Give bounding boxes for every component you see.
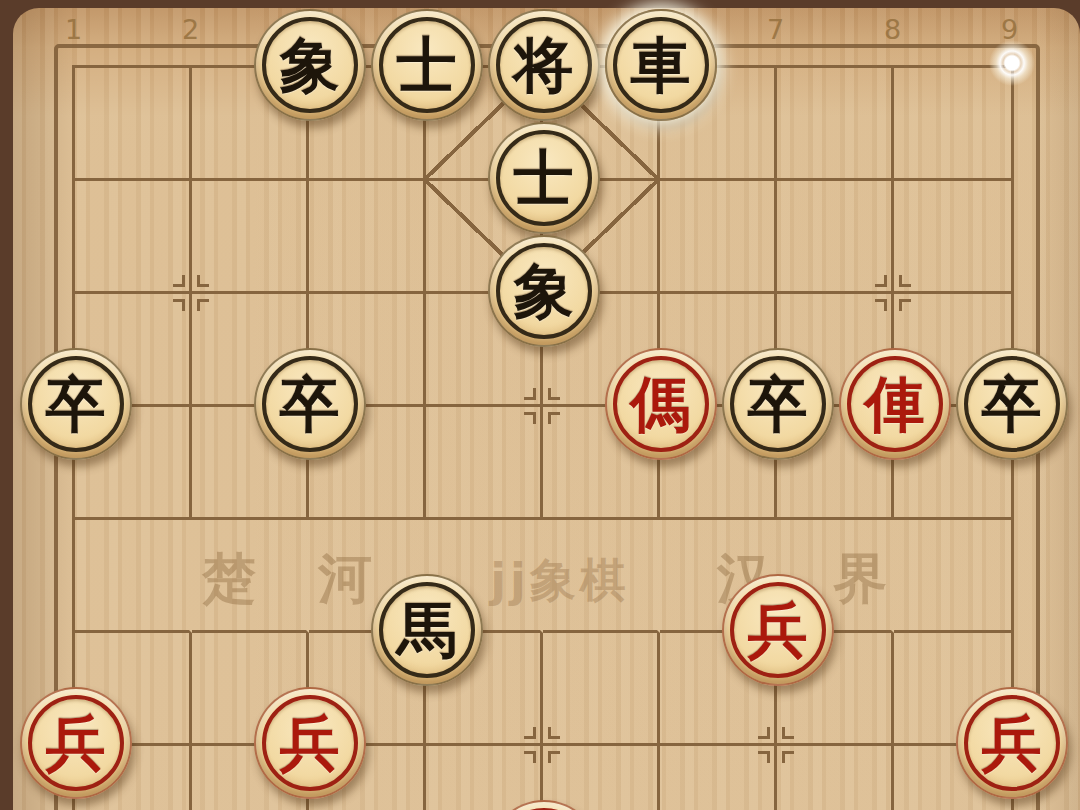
board-cell (426, 407, 543, 520)
piece-ring: 卒 (28, 356, 124, 452)
piece-char: 象 (280, 35, 340, 95)
piece-char: 士 (514, 148, 574, 208)
piece-ring: 兵 (730, 582, 826, 678)
piece-ring: 士 (496, 130, 592, 226)
board-cell (543, 746, 660, 810)
piece-ring: 士 (379, 17, 475, 113)
board-cell (777, 68, 894, 181)
piece-ring: 馬 (379, 582, 475, 678)
piece-ring: 象 (496, 243, 592, 339)
piece-black-車-c6r1[interactable]: 車 (605, 9, 717, 121)
piece-red-俥-c8r4[interactable]: 俥 (839, 348, 951, 460)
column-label-7: 7 (754, 14, 798, 45)
piece-ring: 将 (496, 17, 592, 113)
board-cell (543, 633, 660, 746)
last-move-origin-marker (988, 39, 1036, 87)
piece-black-将-c5r1[interactable]: 将 (488, 9, 600, 121)
board-cell (894, 181, 1011, 294)
board-cell (777, 746, 894, 810)
column-label-1: 1 (52, 14, 96, 45)
piece-ring: 兵 (262, 695, 358, 791)
piece-char: 兵 (748, 600, 808, 660)
piece-char: 兵 (982, 713, 1042, 773)
piece-char: 傌 (631, 374, 691, 434)
board-cell (192, 181, 309, 294)
board-cell (309, 181, 426, 294)
piece-ring: 車 (613, 17, 709, 113)
piece-red-兵-c1r7[interactable]: 兵 (20, 687, 132, 799)
piece-black-馬-c4r6[interactable]: 馬 (371, 574, 483, 686)
piece-black-士-c5r2[interactable]: 士 (488, 122, 600, 234)
board-cell (894, 68, 1011, 181)
piece-ring: 兵 (964, 695, 1060, 791)
piece-char: 卒 (46, 374, 106, 434)
piece-char: 象 (514, 261, 574, 321)
piece-char: 卒 (280, 374, 340, 434)
column-label-8: 8 (871, 14, 915, 45)
river-label-left: 楚河 (140, 549, 420, 607)
piece-black-卒-c7r4[interactable]: 卒 (722, 348, 834, 460)
piece-black-卒-c1r4[interactable]: 卒 (20, 348, 132, 460)
piece-ring: 卒 (262, 356, 358, 452)
column-label-2: 2 (169, 14, 213, 45)
piece-red-兵-c9r7[interactable]: 兵 (956, 687, 1068, 799)
piece-red-兵-c7r6[interactable]: 兵 (722, 574, 834, 686)
xiangqi-app-screen: { "game": "xiangqi", "app": { "watermark… (0, 0, 1080, 810)
piece-red-傌-c6r4[interactable]: 傌 (605, 348, 717, 460)
board-cell (75, 68, 192, 181)
piece-ring: 卒 (730, 356, 826, 452)
piece-black-卒-c9r4[interactable]: 卒 (956, 348, 1068, 460)
piece-char: 俥 (865, 374, 925, 434)
piece-char: 士 (397, 35, 457, 95)
piece-black-卒-c3r4[interactable]: 卒 (254, 348, 366, 460)
piece-char: 馬 (397, 600, 457, 660)
piece-char: 卒 (982, 374, 1042, 434)
piece-char: 兵 (280, 713, 340, 773)
piece-char: 兵 (46, 713, 106, 773)
piece-ring: 卒 (964, 356, 1060, 452)
board-cell (660, 181, 777, 294)
piece-black-象-c3r1[interactable]: 象 (254, 9, 366, 121)
piece-char: 将 (514, 35, 574, 95)
piece-char: 車 (631, 35, 691, 95)
piece-red-兵-c3r7[interactable]: 兵 (254, 687, 366, 799)
piece-ring: 兵 (28, 695, 124, 791)
piece-ring: 象 (262, 17, 358, 113)
piece-black-士-c4r1[interactable]: 士 (371, 9, 483, 121)
piece-ring: 傌 (613, 356, 709, 452)
piece-ring: 俥 (847, 356, 943, 452)
piece-char: 卒 (748, 374, 808, 434)
piece-black-象-c5r3[interactable]: 象 (488, 235, 600, 347)
